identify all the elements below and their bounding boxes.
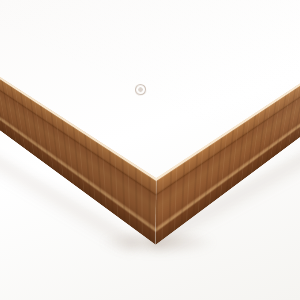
scene <box>0 0 300 300</box>
product-photo <box>0 0 300 300</box>
brand-stamp <box>134 75 191 102</box>
brand-emblem-icon <box>135 83 147 95</box>
